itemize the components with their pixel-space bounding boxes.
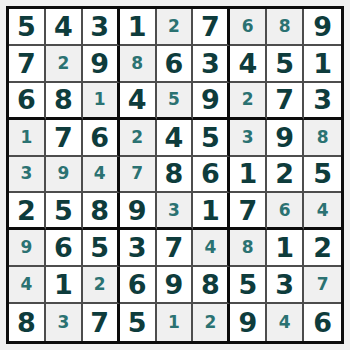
- cell-r2c1[interactable]: 7: [9, 46, 46, 83]
- cell-r1c7[interactable]: 6: [230, 9, 267, 46]
- cell-r7c6[interactable]: 4: [193, 230, 230, 267]
- cell-r8c3[interactable]: 2: [83, 267, 120, 304]
- cell-r4c5[interactable]: 4: [157, 120, 194, 157]
- cell-r4c3[interactable]: 6: [83, 120, 120, 157]
- cell-r4c2[interactable]: 7: [46, 120, 83, 157]
- cell-r5c1[interactable]: 3: [9, 157, 46, 194]
- cell-r1c6[interactable]: 7: [193, 9, 230, 46]
- cell-r9c5[interactable]: 1: [157, 304, 194, 341]
- cell-r4c1[interactable]: 1: [9, 120, 46, 157]
- cell-r5c7[interactable]: 1: [230, 157, 267, 194]
- cell-r7c2[interactable]: 6: [46, 230, 83, 267]
- cell-r7c8[interactable]: 1: [267, 230, 304, 267]
- cell-r3c7[interactable]: 2: [230, 83, 267, 120]
- cell-r3c1[interactable]: 6: [9, 83, 46, 120]
- cell-r1c2[interactable]: 4: [46, 9, 83, 46]
- cell-r7c9[interactable]: 2: [304, 230, 341, 267]
- cell-r9c8[interactable]: 4: [267, 304, 304, 341]
- cell-r1c8[interactable]: 8: [267, 9, 304, 46]
- cell-r1c5[interactable]: 2: [157, 9, 194, 46]
- cell-r2c9[interactable]: 1: [304, 46, 341, 83]
- cell-r5c6[interactable]: 6: [193, 157, 230, 194]
- cell-r7c7[interactable]: 8: [230, 230, 267, 267]
- cell-r5c2[interactable]: 9: [46, 157, 83, 194]
- cell-r3c8[interactable]: 7: [267, 83, 304, 120]
- cell-r3c5[interactable]: 5: [157, 83, 194, 120]
- cell-r3c3[interactable]: 1: [83, 83, 120, 120]
- cell-r8c4[interactable]: 6: [120, 267, 157, 304]
- cell-r5c9[interactable]: 5: [304, 157, 341, 194]
- cell-r8c8[interactable]: 3: [267, 267, 304, 304]
- cell-r6c6[interactable]: 1: [193, 193, 230, 230]
- cell-r3c2[interactable]: 8: [46, 83, 83, 120]
- cell-r5c3[interactable]: 4: [83, 157, 120, 194]
- cell-r8c9[interactable]: 7: [304, 267, 341, 304]
- cell-r3c4[interactable]: 4: [120, 83, 157, 120]
- cell-r1c4[interactable]: 1: [120, 9, 157, 46]
- cell-r8c6[interactable]: 8: [193, 267, 230, 304]
- cell-r1c1[interactable]: 5: [9, 9, 46, 46]
- cell-r4c7[interactable]: 3: [230, 120, 267, 157]
- cell-r2c3[interactable]: 9: [83, 46, 120, 83]
- cell-r9c3[interactable]: 7: [83, 304, 120, 341]
- cell-r6c1[interactable]: 2: [9, 193, 46, 230]
- cell-r6c9[interactable]: 4: [304, 193, 341, 230]
- cell-r9c2[interactable]: 3: [46, 304, 83, 341]
- cell-r8c1[interactable]: 4: [9, 267, 46, 304]
- cell-r2c5[interactable]: 6: [157, 46, 194, 83]
- sudoku-board: 5431276897298634516814592731762453983947…: [6, 6, 344, 344]
- cell-r5c8[interactable]: 2: [267, 157, 304, 194]
- cell-r2c8[interactable]: 5: [267, 46, 304, 83]
- cell-r8c5[interactable]: 9: [157, 267, 194, 304]
- cell-r9c7[interactable]: 9: [230, 304, 267, 341]
- cell-r4c4[interactable]: 2: [120, 120, 157, 157]
- cell-r9c1[interactable]: 8: [9, 304, 46, 341]
- cell-r2c7[interactable]: 4: [230, 46, 267, 83]
- cell-r2c2[interactable]: 2: [46, 46, 83, 83]
- cell-r7c4[interactable]: 3: [120, 230, 157, 267]
- cell-r1c9[interactable]: 9: [304, 9, 341, 46]
- cell-r4c8[interactable]: 9: [267, 120, 304, 157]
- cell-r6c5[interactable]: 3: [157, 193, 194, 230]
- cell-r9c4[interactable]: 5: [120, 304, 157, 341]
- cell-r6c7[interactable]: 7: [230, 193, 267, 230]
- cell-r6c4[interactable]: 9: [120, 193, 157, 230]
- cell-r6c3[interactable]: 8: [83, 193, 120, 230]
- cell-r9c9[interactable]: 6: [304, 304, 341, 341]
- cell-r4c9[interactable]: 8: [304, 120, 341, 157]
- cell-r2c4[interactable]: 8: [120, 46, 157, 83]
- cell-r2c6[interactable]: 3: [193, 46, 230, 83]
- cell-r3c6[interactable]: 9: [193, 83, 230, 120]
- cell-r7c3[interactable]: 5: [83, 230, 120, 267]
- cell-r5c4[interactable]: 7: [120, 157, 157, 194]
- cell-r1c3[interactable]: 3: [83, 9, 120, 46]
- cell-r8c2[interactable]: 1: [46, 267, 83, 304]
- cell-r4c6[interactable]: 5: [193, 120, 230, 157]
- cell-r7c1[interactable]: 9: [9, 230, 46, 267]
- cell-r5c5[interactable]: 8: [157, 157, 194, 194]
- cell-r6c2[interactable]: 5: [46, 193, 83, 230]
- cell-r7c5[interactable]: 7: [157, 230, 194, 267]
- cell-r9c6[interactable]: 2: [193, 304, 230, 341]
- cell-r6c8[interactable]: 6: [267, 193, 304, 230]
- cell-r3c9[interactable]: 3: [304, 83, 341, 120]
- cell-r8c7[interactable]: 5: [230, 267, 267, 304]
